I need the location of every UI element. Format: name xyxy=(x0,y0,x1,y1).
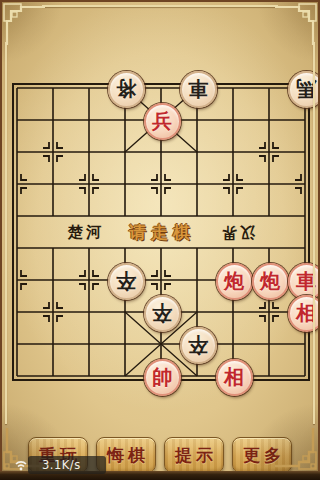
river-label-chu-he: 楚河 xyxy=(68,223,104,242)
hint-button[interactable]: 提示 xyxy=(164,437,224,473)
red-elephant[interactable]: 相 xyxy=(216,359,253,396)
game-screen: 楚河 请走棋 汉界 将車馬兵卒炮炮車卒相卒帥相 重玩悔棋提示更多 3.1K/s xyxy=(0,0,320,480)
piece-glyph: 馬 xyxy=(296,79,316,99)
black-soldier[interactable]: 卒 xyxy=(144,295,181,332)
piece-glyph: 卒 xyxy=(152,303,172,323)
black-soldier[interactable]: 卒 xyxy=(180,327,217,364)
piece-glyph: 相 xyxy=(224,367,244,387)
red-chariot[interactable]: 車 xyxy=(288,263,320,300)
red-general[interactable]: 帥 xyxy=(144,359,181,396)
black-general[interactable]: 将 xyxy=(108,71,145,108)
black-soldier[interactable]: 卒 xyxy=(108,263,145,300)
network-speed-badge: 3.1K/s xyxy=(28,456,106,474)
red-elephant[interactable]: 相 xyxy=(288,295,320,332)
piece-glyph: 卒 xyxy=(188,335,208,355)
piece-glyph: 卒 xyxy=(116,271,136,291)
piece-glyph: 帥 xyxy=(152,367,172,387)
piece-glyph: 将 xyxy=(116,79,136,99)
piece-glyph: 兵 xyxy=(152,111,172,131)
status-message: 请走棋 xyxy=(129,221,195,244)
network-signal-icon xyxy=(13,456,29,472)
piece-glyph: 炮 xyxy=(260,271,280,291)
red-cannon[interactable]: 炮 xyxy=(252,263,289,300)
piece-glyph: 炮 xyxy=(224,271,244,291)
red-soldier[interactable]: 兵 xyxy=(144,103,181,140)
piece-glyph: 車 xyxy=(188,79,208,99)
piece-glyph: 車 xyxy=(296,271,316,291)
black-horse[interactable]: 馬 xyxy=(288,71,320,108)
more-button[interactable]: 更多 xyxy=(232,437,292,473)
river-label-han-jie: 汉界 xyxy=(219,223,255,242)
black-chariot[interactable]: 車 xyxy=(180,71,217,108)
red-cannon[interactable]: 炮 xyxy=(216,263,253,300)
piece-glyph: 相 xyxy=(296,303,316,323)
network-speed-value: 3.1K/s xyxy=(28,458,81,472)
